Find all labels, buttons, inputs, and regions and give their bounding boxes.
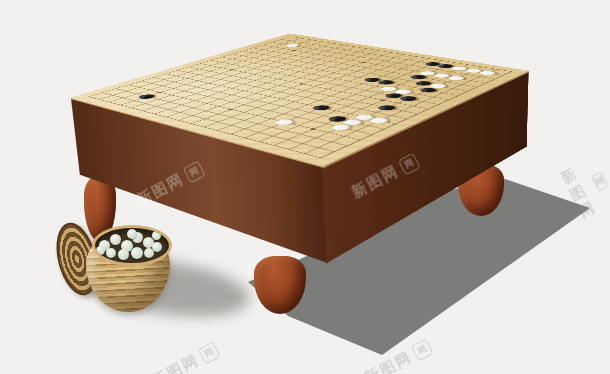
bowl-white-stone bbox=[96, 246, 105, 255]
black-stone: ● bbox=[375, 79, 396, 85]
hoshi-point bbox=[157, 92, 163, 94]
hoshi-point bbox=[360, 62, 365, 63]
goban-scene: ●●●●●●●●●●●●●●●●●●●●●●●●●●●● bbox=[0, 0, 610, 374]
white-stone: ● bbox=[340, 118, 364, 126]
hoshi-point bbox=[291, 50, 296, 51]
white-stone: ● bbox=[352, 114, 376, 121]
bowl-white-stone bbox=[152, 231, 161, 240]
hoshi-point bbox=[229, 69, 234, 70]
white-stone: ● bbox=[427, 83, 449, 89]
hoshi-point bbox=[380, 99, 386, 101]
bowl-opening bbox=[92, 225, 172, 266]
white-stone: ● bbox=[328, 123, 353, 131]
black-stone: ● bbox=[397, 95, 420, 102]
goban-table: ●●●●●●●●●●●●●●●●●●●●●●●●●●●● bbox=[69, 33, 529, 166]
white-stone: ● bbox=[272, 118, 296, 126]
white-stone: ● bbox=[446, 75, 467, 81]
white-stone: ● bbox=[478, 70, 499, 75]
hoshi-point bbox=[228, 108, 234, 110]
black-stone: ● bbox=[412, 81, 433, 87]
white-stone: ● bbox=[378, 86, 400, 92]
product-photo-stage: ●●●●●●●●●●●●●●●●●●●●●●●●●●●● 新图网网新图网网新图网… bbox=[0, 0, 610, 374]
white-stone: ● bbox=[367, 117, 391, 125]
bowl-white-stone bbox=[127, 229, 137, 239]
black-stone: ● bbox=[382, 93, 404, 99]
bowl-white-stone bbox=[118, 249, 129, 260]
white-stone: ● bbox=[284, 44, 302, 48]
bowl-white-stone bbox=[106, 248, 116, 258]
white-stone: ● bbox=[393, 89, 415, 95]
black-stone: ● bbox=[136, 93, 158, 99]
black-stone: ● bbox=[326, 115, 350, 122]
bowl-white-stone bbox=[110, 234, 121, 245]
bowl-white-stone bbox=[144, 248, 154, 258]
bowl-white-stone bbox=[131, 247, 143, 259]
black-stone: ● bbox=[309, 104, 332, 111]
black-stone: ● bbox=[417, 87, 439, 93]
black-stone: ● bbox=[375, 104, 398, 111]
hoshi-point bbox=[299, 83, 305, 85]
hoshi-point bbox=[310, 128, 317, 130]
